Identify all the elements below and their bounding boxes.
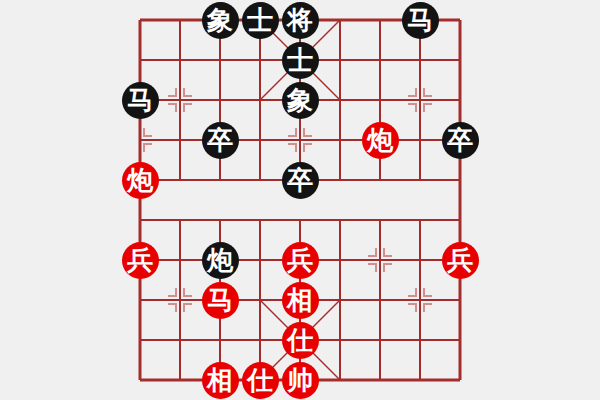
piece-red-soldier[interactable]: 兵 xyxy=(122,242,159,279)
piece-black-horse[interactable]: 马 xyxy=(402,2,439,39)
piece-red-cannon[interactable]: 炮 xyxy=(122,162,159,199)
piece-black-elephant[interactable]: 象 xyxy=(282,82,319,119)
pieces-layer: 象士将马士马象卒炮卒炮卒兵炮兵兵马相仕相仕帅 xyxy=(120,0,480,400)
piece-black-horse[interactable]: 马 xyxy=(122,82,159,119)
piece-black-soldier[interactable]: 卒 xyxy=(202,122,239,159)
piece-red-advisor[interactable]: 仕 xyxy=(282,322,319,359)
piece-black-cannon[interactable]: 炮 xyxy=(202,242,239,279)
piece-red-cannon[interactable]: 炮 xyxy=(362,122,399,159)
piece-red-advisor[interactable]: 仕 xyxy=(242,362,279,399)
piece-red-general[interactable]: 帅 xyxy=(282,362,319,399)
piece-red-elephant[interactable]: 相 xyxy=(282,282,319,319)
piece-black-advisor[interactable]: 士 xyxy=(282,42,319,79)
piece-black-soldier[interactable]: 卒 xyxy=(442,122,479,159)
piece-red-soldier[interactable]: 兵 xyxy=(282,242,319,279)
piece-red-soldier[interactable]: 兵 xyxy=(442,242,479,279)
xiangqi-app: 象士将马士马象卒炮卒炮卒兵炮兵兵马相仕相仕帅 xyxy=(0,0,600,400)
xiangqi-board[interactable]: 象士将马士马象卒炮卒炮卒兵炮兵兵马相仕相仕帅 xyxy=(0,0,600,400)
piece-black-soldier[interactable]: 卒 xyxy=(282,162,319,199)
piece-black-advisor[interactable]: 士 xyxy=(242,2,279,39)
piece-red-horse[interactable]: 马 xyxy=(202,282,239,319)
piece-black-general[interactable]: 将 xyxy=(282,2,319,39)
piece-red-elephant[interactable]: 相 xyxy=(202,362,239,399)
piece-black-elephant[interactable]: 象 xyxy=(202,2,239,39)
